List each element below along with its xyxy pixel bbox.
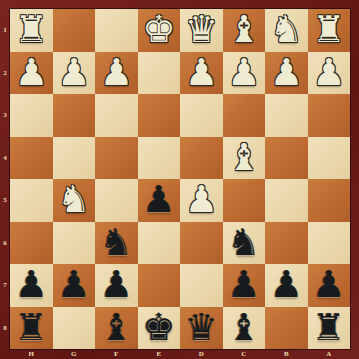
square-b5[interactable]	[265, 179, 308, 222]
square-a3[interactable]	[308, 94, 351, 137]
square-a6[interactable]	[308, 222, 351, 265]
square-a1[interactable]: ♜	[308, 9, 351, 52]
rank-label-4: 4	[0, 137, 10, 180]
file-label-g: G	[53, 349, 96, 359]
square-b8[interactable]	[265, 307, 308, 350]
square-d7[interactable]	[180, 264, 223, 307]
square-h2[interactable]: ♟	[10, 52, 53, 95]
file-label-e: E	[138, 349, 181, 359]
square-e1[interactable]: ♚	[138, 9, 181, 52]
white-rook-piece: ♜	[15, 9, 48, 51]
square-f8[interactable]: ♝	[95, 307, 138, 350]
square-g2[interactable]: ♟	[53, 52, 96, 95]
square-f6[interactable]: ♞	[95, 222, 138, 265]
square-c4[interactable]: ♝	[223, 137, 266, 180]
square-g4[interactable]	[53, 137, 96, 180]
square-g3[interactable]	[53, 94, 96, 137]
rank-label-3: 3	[0, 94, 10, 137]
square-g6[interactable]	[53, 222, 96, 265]
square-b4[interactable]	[265, 137, 308, 180]
square-a8[interactable]: ♜	[308, 307, 351, 350]
black-knight-piece: ♞	[100, 222, 133, 264]
square-c5[interactable]	[223, 179, 266, 222]
white-pawn-piece: ♟	[312, 52, 345, 94]
square-g8[interactable]	[53, 307, 96, 350]
square-d8[interactable]: ♛	[180, 307, 223, 350]
square-h3[interactable]	[10, 94, 53, 137]
square-e3[interactable]	[138, 94, 181, 137]
square-d4[interactable]	[180, 137, 223, 180]
square-c7[interactable]: ♟	[223, 264, 266, 307]
square-a2[interactable]: ♟	[308, 52, 351, 95]
white-queen-piece: ♛	[185, 9, 218, 51]
square-b2[interactable]: ♟	[265, 52, 308, 95]
chess-board: ♜♚♛♝♞♜♟♟♟♟♟♟♟♝♞♟♟♞♞♟♟♟♟♟♟♜♝♚♛♝♜	[10, 9, 350, 349]
rank-labels: 12345678	[0, 9, 10, 349]
square-h1[interactable]: ♜	[10, 9, 53, 52]
rank-label-5: 5	[0, 179, 10, 222]
square-a7[interactable]: ♟	[308, 264, 351, 307]
black-pawn-piece: ♟	[312, 264, 345, 306]
black-queen-piece: ♛	[185, 307, 218, 349]
square-b6[interactable]	[265, 222, 308, 265]
square-h5[interactable]	[10, 179, 53, 222]
square-f5[interactable]	[95, 179, 138, 222]
white-pawn-piece: ♟	[185, 52, 218, 94]
square-e8[interactable]: ♚	[138, 307, 181, 350]
white-king-piece: ♚	[142, 9, 175, 51]
white-pawn-piece: ♟	[227, 52, 260, 94]
white-knight-piece: ♞	[270, 9, 303, 51]
black-rook-piece: ♜	[15, 307, 48, 349]
rank-label-8: 8	[0, 307, 10, 350]
black-pawn-piece: ♟	[270, 264, 303, 306]
square-c3[interactable]	[223, 94, 266, 137]
black-pawn-piece: ♟	[142, 179, 175, 221]
square-e6[interactable]	[138, 222, 181, 265]
square-h7[interactable]: ♟	[10, 264, 53, 307]
square-c6[interactable]: ♞	[223, 222, 266, 265]
square-e4[interactable]	[138, 137, 181, 180]
square-e5[interactable]: ♟	[138, 179, 181, 222]
rank-label-1: 1	[0, 9, 10, 52]
square-e7[interactable]	[138, 264, 181, 307]
black-knight-piece: ♞	[227, 222, 260, 264]
rank-label-2: 2	[0, 52, 10, 95]
white-pawn-piece: ♟	[57, 52, 90, 94]
square-c8[interactable]: ♝	[223, 307, 266, 350]
black-bishop-piece: ♝	[227, 307, 260, 349]
square-h4[interactable]	[10, 137, 53, 180]
square-h6[interactable]	[10, 222, 53, 265]
square-c1[interactable]: ♝	[223, 9, 266, 52]
file-label-a: A	[308, 349, 351, 359]
file-label-f: F	[95, 349, 138, 359]
square-a5[interactable]	[308, 179, 351, 222]
square-g1[interactable]	[53, 9, 96, 52]
square-f2[interactable]: ♟	[95, 52, 138, 95]
file-label-c: C	[223, 349, 266, 359]
square-f4[interactable]	[95, 137, 138, 180]
chess-board-frame: 12345678 ♜♚♛♝♞♜♟♟♟♟♟♟♟♝♞♟♟♞♞♟♟♟♟♟♟♜♝♚♛♝♜…	[0, 0, 359, 359]
square-b7[interactable]: ♟	[265, 264, 308, 307]
square-g7[interactable]: ♟	[53, 264, 96, 307]
white-pawn-piece: ♟	[100, 52, 133, 94]
square-d5[interactable]: ♟	[180, 179, 223, 222]
black-pawn-piece: ♟	[57, 264, 90, 306]
white-bishop-piece: ♝	[227, 137, 260, 179]
square-b1[interactable]: ♞	[265, 9, 308, 52]
black-pawn-piece: ♟	[227, 264, 260, 306]
rank-label-7: 7	[0, 264, 10, 307]
square-c2[interactable]: ♟	[223, 52, 266, 95]
square-d1[interactable]: ♛	[180, 9, 223, 52]
black-bishop-piece: ♝	[100, 307, 133, 349]
square-d3[interactable]	[180, 94, 223, 137]
square-g5[interactable]: ♞	[53, 179, 96, 222]
file-label-b: B	[265, 349, 308, 359]
file-labels: HGFEDCBA	[10, 349, 350, 359]
white-pawn-piece: ♟	[15, 52, 48, 94]
square-a4[interactable]	[308, 137, 351, 180]
square-e2[interactable]	[138, 52, 181, 95]
white-rook-piece: ♜	[312, 9, 345, 51]
file-label-h: H	[10, 349, 53, 359]
square-b3[interactable]	[265, 94, 308, 137]
square-d6[interactable]	[180, 222, 223, 265]
white-pawn-piece: ♟	[270, 52, 303, 94]
white-bishop-piece: ♝	[227, 9, 260, 51]
square-h8[interactable]: ♜	[10, 307, 53, 350]
square-f7[interactable]: ♟	[95, 264, 138, 307]
square-f3[interactable]	[95, 94, 138, 137]
black-king-piece: ♚	[142, 307, 175, 349]
white-knight-piece: ♞	[57, 179, 90, 221]
black-pawn-piece: ♟	[100, 264, 133, 306]
black-rook-piece: ♜	[312, 307, 345, 349]
file-label-d: D	[180, 349, 223, 359]
rank-label-6: 6	[0, 222, 10, 265]
square-d2[interactable]: ♟	[180, 52, 223, 95]
black-pawn-piece: ♟	[15, 264, 48, 306]
white-pawn-piece: ♟	[185, 179, 218, 221]
square-f1[interactable]	[95, 9, 138, 52]
